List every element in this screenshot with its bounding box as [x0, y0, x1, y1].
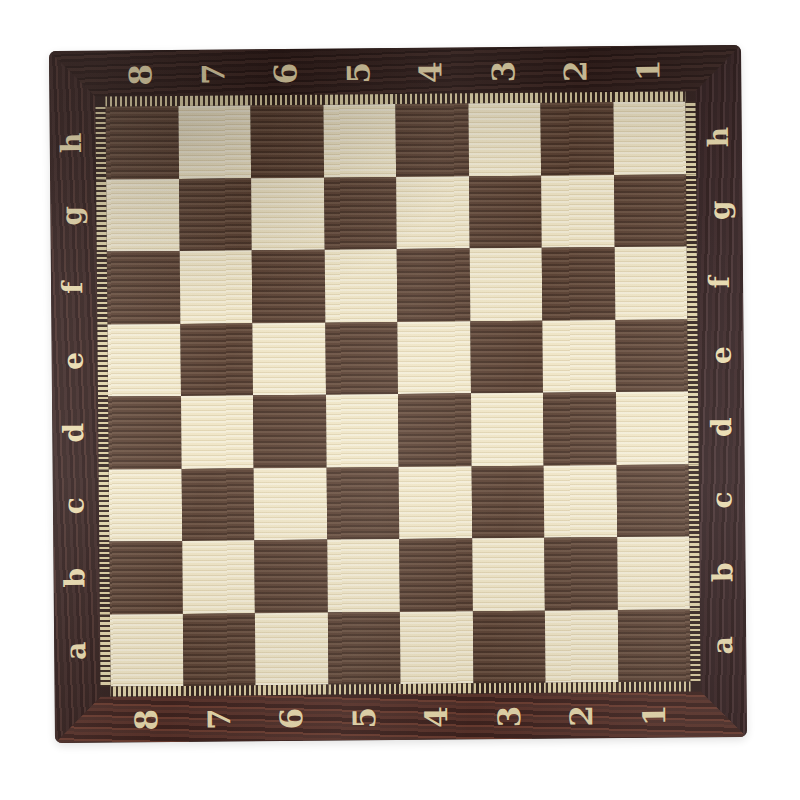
label-cell: e	[699, 318, 743, 391]
square-d4[interactable]	[398, 393, 471, 466]
inlay-tick-segment	[250, 95, 323, 106]
square-f5[interactable]	[324, 249, 397, 322]
rank-label-3: 3	[494, 705, 525, 727]
square-d8[interactable]	[108, 396, 181, 469]
rank-labels-bottom: 87654321	[111, 692, 691, 741]
file-labels-right: hgfedcba	[697, 101, 745, 681]
square-h7[interactable]	[178, 105, 251, 178]
file-label-g: g	[58, 206, 86, 226]
label-cell: 6	[250, 52, 323, 95]
rank-label-1: 1	[633, 59, 664, 81]
square-e5[interactable]	[325, 322, 398, 395]
label-cell: c	[701, 463, 745, 536]
label-cell: e	[52, 324, 95, 397]
square-c2[interactable]	[544, 465, 617, 538]
square-c1[interactable]	[616, 464, 689, 537]
label-cell: 2	[546, 693, 619, 738]
label-cell: 6	[256, 696, 329, 741]
square-a5[interactable]	[327, 611, 400, 684]
square-b5[interactable]	[327, 539, 400, 612]
inlay-tick-segment	[546, 682, 619, 693]
inlay-tick-segment	[468, 93, 541, 104]
inlay-tick-segment	[685, 101, 696, 174]
inlay-tick-segment	[97, 252, 108, 325]
label-cell: 3	[473, 694, 546, 739]
label-cell: 4	[395, 50, 468, 93]
file-labels-left: hgfedcba	[50, 107, 97, 687]
label-cell: g	[51, 179, 94, 252]
square-f2[interactable]	[542, 247, 615, 320]
label-cell: d	[53, 397, 96, 470]
square-e1[interactable]	[615, 319, 688, 392]
rank-label-2: 2	[566, 704, 597, 726]
square-e7[interactable]	[180, 323, 253, 396]
inlay-tick-segment	[105, 96, 178, 107]
rank-labels-top: 87654321	[105, 48, 685, 95]
file-label-c: c	[61, 497, 89, 514]
rank-label-7: 7	[204, 708, 235, 730]
squares-grid	[105, 101, 690, 686]
square-b2[interactable]	[544, 537, 617, 610]
file-label-f: f	[59, 282, 87, 294]
label-cell: f	[699, 246, 743, 319]
file-label-g: g	[706, 200, 734, 220]
label-cell: b	[701, 536, 745, 609]
file-label-b: b	[709, 563, 737, 583]
chess-board: 87654321 87654321 hgfedcba hgfedcba	[49, 45, 747, 743]
inlay-tick-segment	[473, 683, 546, 694]
square-a8[interactable]	[110, 613, 183, 686]
rank-label-4: 4	[416, 61, 447, 83]
label-cell: 7	[183, 696, 256, 741]
square-c8[interactable]	[109, 468, 182, 541]
label-cell: 3	[468, 50, 541, 93]
square-c5[interactable]	[326, 466, 399, 539]
label-cell: 8	[111, 697, 184, 742]
square-g7[interactable]	[179, 178, 252, 251]
file-label-d: d	[708, 418, 736, 438]
inlay-tick-segment	[95, 107, 106, 180]
inlay-tick-segment	[323, 94, 396, 105]
square-h4[interactable]	[395, 103, 468, 176]
square-d6[interactable]	[253, 395, 326, 468]
square-g2[interactable]	[541, 175, 614, 248]
square-c4[interactable]	[399, 466, 472, 539]
inlay-tick-segment	[256, 685, 329, 696]
inlay-tick-segment	[686, 174, 697, 247]
square-g5[interactable]	[324, 177, 397, 250]
inlay-tick-segment	[395, 93, 468, 104]
square-c3[interactable]	[471, 465, 544, 538]
label-cell: a	[55, 614, 98, 687]
square-g6[interactable]	[251, 177, 324, 250]
inlay-tick-segment	[689, 464, 700, 537]
label-cell: h	[50, 107, 93, 180]
square-d2[interactable]	[543, 392, 616, 465]
square-f8[interactable]	[107, 251, 180, 324]
square-g4[interactable]	[396, 176, 469, 249]
file-label-d: d	[60, 423, 88, 443]
square-h3[interactable]	[468, 103, 541, 176]
square-g3[interactable]	[469, 175, 542, 248]
inlay-tick-segment	[689, 536, 700, 609]
square-b1[interactable]	[617, 536, 690, 609]
inlay-tick-segment	[401, 683, 474, 694]
square-a6[interactable]	[255, 612, 328, 685]
square-h1[interactable]	[613, 101, 686, 174]
rank-label-6: 6	[271, 62, 302, 84]
square-d3[interactable]	[470, 393, 543, 466]
square-b6[interactable]	[254, 540, 327, 613]
square-a7[interactable]	[182, 613, 255, 686]
square-a4[interactable]	[400, 611, 473, 684]
rank-label-8: 8	[126, 63, 157, 85]
label-cell: 5	[328, 695, 401, 740]
file-label-h: h	[58, 133, 86, 154]
rank-label-5: 5	[343, 61, 374, 83]
label-cell: 4	[401, 694, 474, 739]
square-h6[interactable]	[250, 105, 323, 178]
inlay-tick-segment	[687, 246, 698, 319]
label-cell: 7	[178, 52, 251, 95]
square-d1[interactable]	[615, 391, 688, 464]
square-d7[interactable]	[181, 395, 254, 468]
square-h2[interactable]	[540, 102, 613, 175]
file-label-a: a	[710, 636, 738, 654]
rank-label-7: 7	[198, 63, 229, 85]
square-a1[interactable]	[617, 609, 690, 682]
square-e2[interactable]	[542, 320, 615, 393]
square-b4[interactable]	[399, 538, 472, 611]
rank-label-8: 8	[131, 708, 162, 730]
inlay-tick-segment	[328, 684, 401, 695]
label-cell: 5	[323, 51, 396, 94]
square-e4[interactable]	[397, 321, 470, 394]
inlay-tick-segment	[540, 92, 613, 103]
square-d5[interactable]	[326, 394, 399, 467]
inlay-tick-segment	[687, 319, 698, 392]
square-b3[interactable]	[472, 538, 545, 611]
square-g1[interactable]	[614, 174, 687, 247]
rank-label-3: 3	[488, 60, 519, 82]
inlay-tick-segment	[618, 681, 691, 692]
label-cell: b	[54, 542, 97, 615]
square-f3[interactable]	[469, 248, 542, 321]
label-cell: c	[54, 469, 97, 542]
square-f1[interactable]	[614, 246, 687, 319]
square-h8[interactable]	[105, 106, 178, 179]
inlay-tick-segment	[96, 179, 107, 252]
photo-background: 87654321 87654321 hgfedcba hgfedcba	[0, 0, 800, 800]
inlay-tick-segment	[99, 542, 110, 615]
square-g8[interactable]	[106, 178, 179, 251]
label-cell: a	[702, 608, 746, 681]
square-a3[interactable]	[472, 610, 545, 683]
rank-label-2: 2	[561, 60, 592, 82]
inlay-tick-segment	[97, 324, 108, 397]
label-cell: 8	[105, 53, 178, 96]
square-f4[interactable]	[397, 248, 470, 321]
rank-label-4: 4	[421, 706, 452, 728]
inlay-tick-segment	[99, 469, 110, 542]
file-label-f: f	[706, 276, 734, 288]
label-cell: 1	[618, 692, 691, 737]
square-b8[interactable]	[109, 541, 182, 614]
label-cell: 2	[540, 49, 613, 92]
inlay-tick-segment	[100, 614, 111, 687]
inlay-tick-segment	[688, 391, 699, 464]
inlay-tick-segment	[111, 686, 184, 697]
inlay-tick-segment	[690, 609, 701, 682]
label-cell: d	[700, 391, 744, 464]
square-f7[interactable]	[179, 250, 252, 323]
file-label-c: c	[708, 491, 736, 508]
label-cell: h	[697, 101, 741, 174]
file-label-e: e	[60, 352, 88, 370]
label-cell: f	[52, 252, 95, 325]
square-a2[interactable]	[545, 610, 618, 683]
rank-label-5: 5	[349, 706, 380, 728]
square-c7[interactable]	[181, 468, 254, 541]
rank-label-1: 1	[639, 704, 670, 726]
file-label-a: a	[62, 641, 90, 659]
label-cell: 1	[612, 48, 685, 91]
file-label-h: h	[705, 127, 733, 148]
inlay-tick-segment	[178, 95, 251, 106]
square-e8[interactable]	[107, 323, 180, 396]
label-cell: g	[698, 173, 742, 246]
inlay-tick-segment	[183, 685, 256, 696]
square-e3[interactable]	[470, 320, 543, 393]
square-h5[interactable]	[323, 104, 396, 177]
square-f6[interactable]	[252, 250, 325, 323]
file-label-e: e	[707, 346, 735, 364]
inlay-tick-segment	[98, 397, 109, 470]
inlay-tick-segment	[613, 91, 686, 102]
file-label-b: b	[62, 568, 90, 588]
square-b7[interactable]	[182, 540, 255, 613]
square-c6[interactable]	[254, 467, 327, 540]
square-e6[interactable]	[252, 322, 325, 395]
rank-label-6: 6	[276, 707, 307, 729]
